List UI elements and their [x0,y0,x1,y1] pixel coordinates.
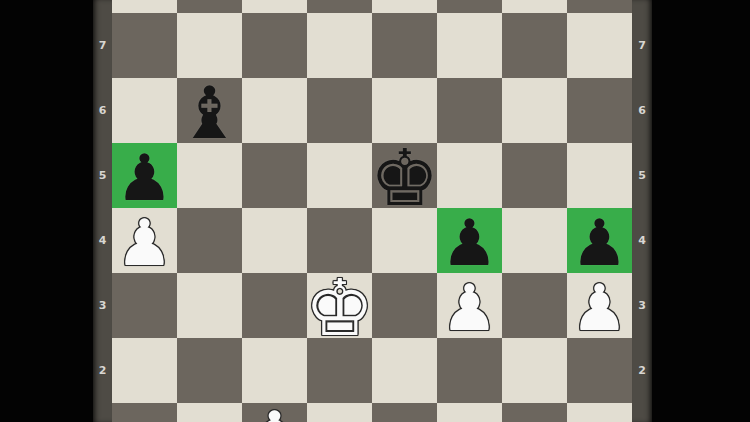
square-e1[interactable] [372,403,437,422]
square-c6[interactable] [242,78,307,143]
square-e7[interactable] [372,13,437,78]
square-h6[interactable] [567,78,632,143]
square-h2[interactable] [567,338,632,403]
square-c2[interactable] [242,338,307,403]
black-pawn-icon[interactable]: ♟ [441,211,498,275]
square-g8[interactable] [502,0,567,13]
rank-label-left-3: 3 [93,298,112,314]
square-c5[interactable] [242,143,307,208]
white-pawn-icon[interactable]: ♟ [441,276,498,340]
square-f1[interactable] [437,403,502,422]
rank-label-right-6: 6 [632,103,652,119]
rank-label-right-2: 2 [632,363,652,379]
square-d5[interactable] [307,143,372,208]
square-e2[interactable] [372,338,437,403]
square-a3[interactable] [112,273,177,338]
square-f6[interactable] [437,78,502,143]
white-king-icon[interactable]: ♚ [305,269,375,347]
square-f2[interactable] [437,338,502,403]
black-bishop-icon[interactable]: ♝ [177,77,242,149]
white-bishop-icon[interactable]: ♝ [242,402,307,422]
rank-gutter-left [93,0,112,422]
square-d3[interactable]: ♚ [307,273,372,338]
square-f8[interactable] [437,0,502,13]
square-b4[interactable] [177,208,242,273]
square-b1[interactable] [177,403,242,422]
square-d7[interactable] [307,13,372,78]
square-c8[interactable] [242,0,307,13]
square-a2[interactable] [112,338,177,403]
square-a7[interactable] [112,13,177,78]
square-b3[interactable] [177,273,242,338]
square-g2[interactable] [502,338,567,403]
square-f7[interactable] [437,13,502,78]
square-c4[interactable] [242,208,307,273]
black-pawn-icon[interactable]: ♟ [116,146,173,210]
square-b7[interactable] [177,13,242,78]
square-e3[interactable] [372,273,437,338]
square-a8[interactable] [112,0,177,13]
square-g4[interactable] [502,208,567,273]
square-b5[interactable] [177,143,242,208]
square-d2[interactable] [307,338,372,403]
black-pawn-icon[interactable]: ♟ [571,211,628,275]
rank-gutter-right [632,0,652,422]
square-b6[interactable]: ♝ [177,78,242,143]
rank-label-left-7: 7 [93,38,112,54]
square-e4[interactable] [372,208,437,273]
square-e8[interactable] [372,0,437,13]
rank-label-right-5: 5 [632,168,652,184]
rank-label-left-2: 2 [93,363,112,379]
square-g7[interactable] [502,13,567,78]
rank-label-right-3: 3 [632,298,652,314]
square-e5[interactable]: ♚ [372,143,437,208]
square-d8[interactable] [307,0,372,13]
square-f5[interactable] [437,143,502,208]
square-c7[interactable] [242,13,307,78]
square-h3[interactable]: ♟ [567,273,632,338]
square-c3[interactable] [242,273,307,338]
square-h7[interactable] [567,13,632,78]
square-d6[interactable] [307,78,372,143]
rank-label-left-6: 6 [93,103,112,119]
square-h4[interactable]: ♟ [567,208,632,273]
square-g5[interactable] [502,143,567,208]
rank-label-left-4: 4 [93,233,112,249]
square-b2[interactable] [177,338,242,403]
rank-label-left-5: 5 [93,168,112,184]
square-a4[interactable]: ♟ [112,208,177,273]
video-frame: ♝♟♚♟♟♟♚♟♟♝ 765432765432 [0,0,750,422]
square-a6[interactable] [112,78,177,143]
square-c1[interactable]: ♝ [242,403,307,422]
square-b8[interactable] [177,0,242,13]
rank-label-right-4: 4 [632,233,652,249]
square-h8[interactable] [567,0,632,13]
square-f4[interactable]: ♟ [437,208,502,273]
square-f3[interactable]: ♟ [437,273,502,338]
square-g6[interactable] [502,78,567,143]
black-king-icon[interactable]: ♚ [370,139,440,217]
square-a5[interactable]: ♟ [112,143,177,208]
square-d1[interactable] [307,403,372,422]
square-a1[interactable] [112,403,177,422]
white-pawn-icon[interactable]: ♟ [116,211,173,275]
chess-board: ♝♟♚♟♟♟♚♟♟♝ [112,0,632,422]
white-pawn-icon[interactable]: ♟ [571,276,628,340]
square-g3[interactable] [502,273,567,338]
square-g1[interactable] [502,403,567,422]
square-h5[interactable] [567,143,632,208]
square-h1[interactable] [567,403,632,422]
rank-label-right-7: 7 [632,38,652,54]
